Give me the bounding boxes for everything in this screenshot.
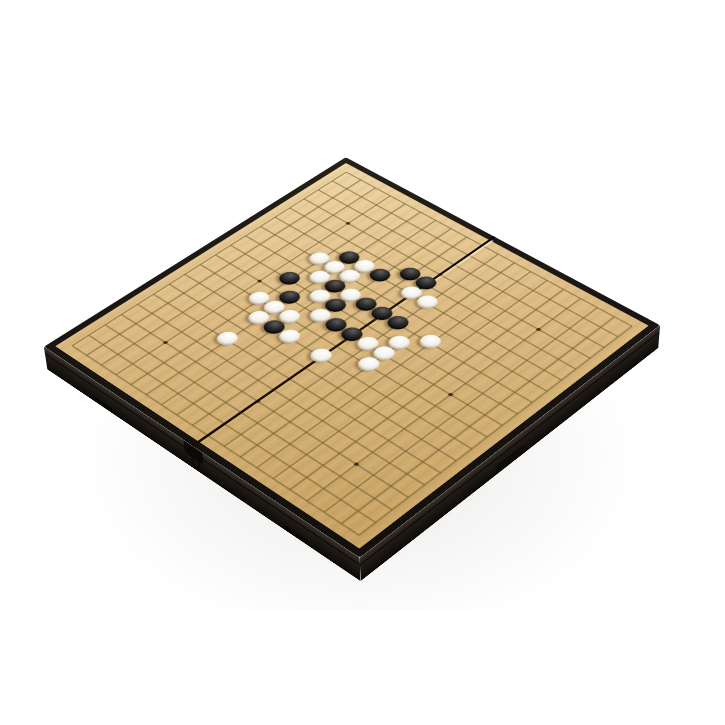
white-stone[interactable]: [416, 331, 446, 350]
product-photo-scene: [0, 0, 725, 725]
white-stone[interactable]: [306, 345, 336, 365]
